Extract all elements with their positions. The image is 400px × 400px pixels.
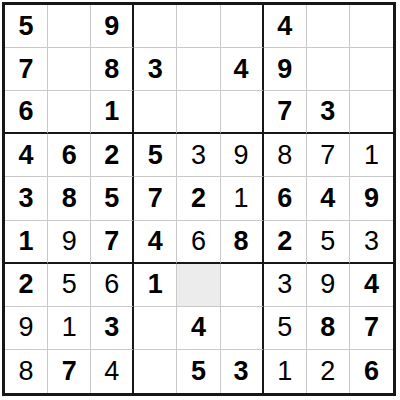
cell-r5c3[interactable]: 5	[91, 177, 134, 220]
cell-r8c3[interactable]: 3	[91, 307, 134, 350]
cell-r9c4[interactable]	[134, 350, 177, 393]
cell-r8c2[interactable]: 1	[48, 307, 91, 350]
cell-r8c6[interactable]	[221, 307, 264, 350]
cell-r8c9[interactable]: 7	[350, 307, 393, 350]
cell-r3c7[interactable]: 7	[264, 91, 307, 134]
cell-r6c1[interactable]: 1	[5, 221, 48, 264]
cell-r8c8[interactable]: 8	[307, 307, 350, 350]
cell-r5c6[interactable]: 1	[221, 177, 264, 220]
cell-r7c1[interactable]: 2	[5, 264, 48, 307]
sudoku-page: 5947834961734625398713857216491974682532…	[0, 0, 400, 400]
cell-r7c9[interactable]: 4	[350, 264, 393, 307]
cell-r6c9[interactable]: 3	[350, 221, 393, 264]
cell-r1c1[interactable]: 5	[5, 5, 48, 48]
cell-r3c5[interactable]	[177, 91, 220, 134]
cell-r5c2[interactable]: 8	[48, 177, 91, 220]
cell-r1c7[interactable]: 4	[264, 5, 307, 48]
cell-r4c1[interactable]: 4	[5, 134, 48, 177]
cell-r1c6[interactable]	[221, 5, 264, 48]
cell-r5c9[interactable]: 9	[350, 177, 393, 220]
cell-r4c5[interactable]: 3	[177, 134, 220, 177]
cell-r6c4[interactable]: 4	[134, 221, 177, 264]
cell-r5c7[interactable]: 6	[264, 177, 307, 220]
cell-r3c6[interactable]	[221, 91, 264, 134]
cell-r2c8[interactable]	[307, 48, 350, 91]
cell-r6c2[interactable]: 9	[48, 221, 91, 264]
cell-r6c3[interactable]: 7	[91, 221, 134, 264]
cell-r3c3[interactable]: 1	[91, 91, 134, 134]
cell-r4c4[interactable]: 5	[134, 134, 177, 177]
cell-r5c1[interactable]: 3	[5, 177, 48, 220]
cell-r9c2[interactable]: 7	[48, 350, 91, 393]
cell-r2c9[interactable]	[350, 48, 393, 91]
cell-r2c4[interactable]: 3	[134, 48, 177, 91]
cell-r4c3[interactable]: 2	[91, 134, 134, 177]
cell-r9c3[interactable]: 4	[91, 350, 134, 393]
cell-r5c8[interactable]: 4	[307, 177, 350, 220]
cell-r3c2[interactable]	[48, 91, 91, 134]
cell-r6c6[interactable]: 8	[221, 221, 264, 264]
cell-r5c4[interactable]: 7	[134, 177, 177, 220]
cell-r8c4[interactable]	[134, 307, 177, 350]
cell-r5c5[interactable]: 2	[177, 177, 220, 220]
cell-r9c6[interactable]: 3	[221, 350, 264, 393]
cell-r1c8[interactable]	[307, 5, 350, 48]
cell-r7c2[interactable]: 5	[48, 264, 91, 307]
cell-r3c4[interactable]	[134, 91, 177, 134]
cell-r6c8[interactable]: 5	[307, 221, 350, 264]
cell-r4c9[interactable]: 1	[350, 134, 393, 177]
cell-r7c5[interactable]	[177, 264, 220, 307]
cell-r8c7[interactable]: 5	[264, 307, 307, 350]
cell-r3c9[interactable]	[350, 91, 393, 134]
cell-r3c1[interactable]: 6	[5, 91, 48, 134]
cell-r8c5[interactable]: 4	[177, 307, 220, 350]
cell-r4c6[interactable]: 9	[221, 134, 264, 177]
cell-r2c2[interactable]	[48, 48, 91, 91]
cell-r2c1[interactable]: 7	[5, 48, 48, 91]
cell-r6c5[interactable]: 6	[177, 221, 220, 264]
cell-r7c3[interactable]: 6	[91, 264, 134, 307]
cell-r7c6[interactable]	[221, 264, 264, 307]
cell-r9c5[interactable]: 5	[177, 350, 220, 393]
cell-r7c4[interactable]: 1	[134, 264, 177, 307]
cell-r8c1[interactable]: 9	[5, 307, 48, 350]
cell-r9c1[interactable]: 8	[5, 350, 48, 393]
sudoku-board: 5947834961734625398713857216491974682532…	[2, 2, 396, 396]
cell-r1c5[interactable]	[177, 5, 220, 48]
cell-r4c7[interactable]: 8	[264, 134, 307, 177]
cell-r7c8[interactable]: 9	[307, 264, 350, 307]
cell-r2c3[interactable]: 8	[91, 48, 134, 91]
cell-r4c8[interactable]: 7	[307, 134, 350, 177]
cell-r1c9[interactable]	[350, 5, 393, 48]
cell-r7c7[interactable]: 3	[264, 264, 307, 307]
cell-r4c2[interactable]: 6	[48, 134, 91, 177]
cell-r9c9[interactable]: 6	[350, 350, 393, 393]
cell-r1c4[interactable]	[134, 5, 177, 48]
cell-r9c8[interactable]: 2	[307, 350, 350, 393]
cell-r9c7[interactable]: 1	[264, 350, 307, 393]
cell-r1c2[interactable]	[48, 5, 91, 48]
cell-r6c7[interactable]: 2	[264, 221, 307, 264]
cell-r2c6[interactable]: 4	[221, 48, 264, 91]
cell-r3c8[interactable]: 3	[307, 91, 350, 134]
cell-r2c5[interactable]	[177, 48, 220, 91]
cell-r2c7[interactable]: 9	[264, 48, 307, 91]
cell-r1c3[interactable]: 9	[91, 5, 134, 48]
